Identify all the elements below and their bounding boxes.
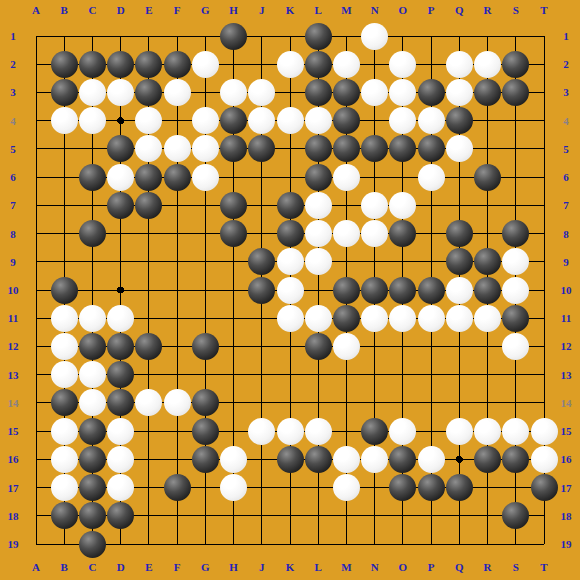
stone-white[interactable] xyxy=(277,51,304,78)
stone-white[interactable] xyxy=(192,135,219,162)
stone-black[interactable] xyxy=(446,220,473,247)
col-label-top-P: P xyxy=(428,4,435,16)
row-label-right-18: 18 xyxy=(561,510,572,522)
col-label-bottom-R: R xyxy=(484,561,492,573)
col-label-bottom-P: P xyxy=(428,561,435,573)
col-label-bottom-M: M xyxy=(341,561,351,573)
stone-white[interactable] xyxy=(361,305,388,332)
stone-black[interactable] xyxy=(502,51,529,78)
stone-black[interactable] xyxy=(305,333,332,360)
row-label-right-4: 4 xyxy=(563,115,569,127)
stone-white[interactable] xyxy=(305,220,332,247)
stone-white[interactable] xyxy=(277,248,304,275)
stone-white[interactable] xyxy=(305,305,332,332)
stone-black[interactable] xyxy=(446,248,473,275)
stone-white[interactable] xyxy=(107,79,134,106)
stone-white[interactable] xyxy=(389,51,416,78)
row-label-right-16: 16 xyxy=(561,453,572,465)
stone-white[interactable] xyxy=(389,192,416,219)
stone-black[interactable] xyxy=(502,305,529,332)
stone-black[interactable] xyxy=(51,51,78,78)
stone-white[interactable] xyxy=(220,79,247,106)
stone-white[interactable] xyxy=(474,418,501,445)
row-label-right-13: 13 xyxy=(561,369,572,381)
stone-black[interactable] xyxy=(418,79,445,106)
stone-black[interactable] xyxy=(107,192,134,219)
stone-white[interactable] xyxy=(361,192,388,219)
stone-black[interactable] xyxy=(51,389,78,416)
row-label-left-10: 10 xyxy=(8,284,19,296)
stone-black[interactable] xyxy=(79,333,106,360)
row-label-right-9: 9 xyxy=(563,256,569,268)
stone-white[interactable] xyxy=(220,474,247,501)
row-label-left-18: 18 xyxy=(8,510,19,522)
stone-white[interactable] xyxy=(502,333,529,360)
stone-black[interactable] xyxy=(51,277,78,304)
col-label-top-C: C xyxy=(88,4,96,16)
stone-black[interactable] xyxy=(361,418,388,445)
row-label-left-6: 6 xyxy=(10,171,16,183)
stone-black[interactable] xyxy=(220,192,247,219)
stone-black[interactable] xyxy=(51,502,78,529)
stone-white[interactable] xyxy=(305,418,332,445)
stone-black[interactable] xyxy=(333,277,360,304)
stone-white[interactable] xyxy=(446,135,473,162)
stone-black[interactable] xyxy=(333,305,360,332)
stone-white[interactable] xyxy=(51,333,78,360)
stone-black[interactable] xyxy=(164,164,191,191)
stone-white[interactable] xyxy=(446,305,473,332)
stone-white[interactable] xyxy=(305,192,332,219)
stone-white[interactable] xyxy=(164,389,191,416)
stone-white[interactable] xyxy=(333,474,360,501)
stone-black[interactable] xyxy=(164,51,191,78)
col-label-bottom-S: S xyxy=(513,561,519,573)
stone-white[interactable] xyxy=(474,305,501,332)
row-label-left-17: 17 xyxy=(8,482,19,494)
stone-white[interactable] xyxy=(446,79,473,106)
row-label-left-15: 15 xyxy=(8,425,19,437)
stone-black[interactable] xyxy=(277,446,304,473)
stone-white[interactable] xyxy=(418,164,445,191)
stone-white[interactable] xyxy=(79,107,106,134)
stone-white[interactable] xyxy=(164,79,191,106)
col-label-bottom-E: E xyxy=(145,561,152,573)
row-label-right-8: 8 xyxy=(563,228,569,240)
row-label-right-10: 10 xyxy=(561,284,572,296)
row-label-left-9: 9 xyxy=(10,256,16,268)
stone-white[interactable] xyxy=(333,51,360,78)
stone-black[interactable] xyxy=(305,23,332,50)
col-label-top-H: H xyxy=(229,4,238,16)
row-label-left-4: 4 xyxy=(10,115,16,127)
stone-black[interactable] xyxy=(333,107,360,134)
row-label-right-7: 7 xyxy=(563,199,569,211)
stone-black[interactable] xyxy=(305,135,332,162)
stone-white[interactable] xyxy=(531,446,558,473)
stone-black[interactable] xyxy=(79,51,106,78)
stone-black[interactable] xyxy=(277,192,304,219)
stone-white[interactable] xyxy=(277,277,304,304)
row-label-left-1: 1 xyxy=(10,30,16,42)
stone-white[interactable] xyxy=(51,305,78,332)
row-label-left-16: 16 xyxy=(8,453,19,465)
stone-black[interactable] xyxy=(474,79,501,106)
row-label-right-15: 15 xyxy=(561,425,572,437)
stone-white[interactable] xyxy=(389,418,416,445)
stone-white[interactable] xyxy=(502,418,529,445)
stone-white[interactable] xyxy=(446,277,473,304)
col-label-bottom-C: C xyxy=(88,561,96,573)
col-label-bottom-O: O xyxy=(399,561,408,573)
col-label-top-L: L xyxy=(315,4,322,16)
stone-white[interactable] xyxy=(277,305,304,332)
col-label-bottom-A: A xyxy=(32,561,40,573)
stone-white[interactable] xyxy=(107,418,134,445)
stone-black[interactable] xyxy=(220,23,247,50)
stone-black[interactable] xyxy=(135,51,162,78)
stone-white[interactable] xyxy=(51,474,78,501)
stone-white[interactable] xyxy=(418,107,445,134)
col-label-bottom-H: H xyxy=(229,561,238,573)
col-label-top-A: A xyxy=(32,4,40,16)
stone-white[interactable] xyxy=(220,446,247,473)
stone-black[interactable] xyxy=(135,192,162,219)
stone-black[interactable] xyxy=(474,446,501,473)
stone-white[interactable] xyxy=(531,418,558,445)
stone-white[interactable] xyxy=(277,418,304,445)
stone-black[interactable] xyxy=(474,164,501,191)
col-label-top-M: M xyxy=(341,4,351,16)
stone-white[interactable] xyxy=(51,107,78,134)
col-label-top-B: B xyxy=(61,4,68,16)
stone-white[interactable] xyxy=(164,135,191,162)
stone-black[interactable] xyxy=(389,446,416,473)
row-label-left-19: 19 xyxy=(8,538,19,550)
row-label-right-3: 3 xyxy=(563,86,569,98)
stone-black[interactable] xyxy=(305,164,332,191)
row-label-right-5: 5 xyxy=(563,143,569,155)
col-label-top-J: J xyxy=(259,4,265,16)
row-label-left-13: 13 xyxy=(8,369,19,381)
col-label-top-F: F xyxy=(174,4,181,16)
stone-white[interactable] xyxy=(305,107,332,134)
stone-white[interactable] xyxy=(248,418,275,445)
stone-white[interactable] xyxy=(361,23,388,50)
col-label-bottom-F: F xyxy=(174,561,181,573)
col-label-bottom-L: L xyxy=(315,561,322,573)
stone-white[interactable] xyxy=(418,446,445,473)
stone-white[interactable] xyxy=(502,277,529,304)
row-label-right-14: 14 xyxy=(561,397,572,409)
stone-black[interactable] xyxy=(107,51,134,78)
stone-white[interactable] xyxy=(107,305,134,332)
col-label-bottom-J: J xyxy=(259,561,265,573)
stone-black[interactable] xyxy=(51,79,78,106)
stone-black[interactable] xyxy=(79,164,106,191)
stone-white[interactable] xyxy=(192,107,219,134)
stone-black[interactable] xyxy=(361,277,388,304)
stone-black[interactable] xyxy=(502,79,529,106)
stone-white[interactable] xyxy=(192,164,219,191)
stone-white[interactable] xyxy=(79,361,106,388)
stone-black[interactable] xyxy=(418,135,445,162)
stone-white[interactable] xyxy=(79,79,106,106)
row-label-left-11: 11 xyxy=(8,312,18,324)
col-label-bottom-K: K xyxy=(286,561,295,573)
stone-black[interactable] xyxy=(305,446,332,473)
row-label-right-2: 2 xyxy=(563,58,569,70)
stone-white[interactable] xyxy=(79,305,106,332)
stone-black[interactable] xyxy=(531,474,558,501)
stone-black[interactable] xyxy=(305,79,332,106)
row-label-right-11: 11 xyxy=(561,312,571,324)
stone-white[interactable] xyxy=(107,446,134,473)
stone-black[interactable] xyxy=(446,474,473,501)
row-label-left-5: 5 xyxy=(10,143,16,155)
stone-white[interactable] xyxy=(333,333,360,360)
stone-black[interactable] xyxy=(418,474,445,501)
row-label-right-6: 6 xyxy=(563,171,569,183)
stone-white[interactable] xyxy=(192,51,219,78)
row-label-left-2: 2 xyxy=(10,58,16,70)
stone-white[interactable] xyxy=(51,446,78,473)
col-label-top-R: R xyxy=(484,4,492,16)
stone-white[interactable] xyxy=(107,164,134,191)
col-label-bottom-Q: Q xyxy=(455,561,464,573)
stone-black[interactable] xyxy=(79,220,106,247)
stone-black[interactable] xyxy=(333,79,360,106)
stone-white[interactable] xyxy=(446,418,473,445)
col-label-bottom-B: B xyxy=(61,561,68,573)
stone-white[interactable] xyxy=(248,79,275,106)
stone-black[interactable] xyxy=(79,446,106,473)
col-label-top-Q: Q xyxy=(455,4,464,16)
stone-black[interactable] xyxy=(220,107,247,134)
stone-white[interactable] xyxy=(446,51,473,78)
col-label-top-K: K xyxy=(286,4,295,16)
col-label-bottom-T: T xyxy=(540,561,547,573)
stone-white[interactable] xyxy=(51,418,78,445)
stone-black[interactable] xyxy=(389,277,416,304)
col-label-top-S: S xyxy=(513,4,519,16)
row-label-right-12: 12 xyxy=(561,340,572,352)
col-label-top-D: D xyxy=(117,4,125,16)
stone-black[interactable] xyxy=(220,220,247,247)
col-label-top-O: O xyxy=(399,4,408,16)
stone-white[interactable] xyxy=(107,474,134,501)
col-label-top-T: T xyxy=(540,4,547,16)
star-point xyxy=(117,287,124,294)
stone-white[interactable] xyxy=(418,305,445,332)
stone-white[interactable] xyxy=(361,220,388,247)
stone-white[interactable] xyxy=(333,164,360,191)
stone-black[interactable] xyxy=(502,446,529,473)
stone-black[interactable] xyxy=(107,333,134,360)
go-board: AABBCCDDEEFFGGHHJJKKLLMMNNOOPPQQRRSSTT11… xyxy=(0,0,580,580)
row-label-left-14: 14 xyxy=(8,397,19,409)
stone-white[interactable] xyxy=(51,361,78,388)
row-label-left-7: 7 xyxy=(10,199,16,211)
row-label-left-3: 3 xyxy=(10,86,16,98)
stone-white[interactable] xyxy=(474,51,501,78)
row-label-left-8: 8 xyxy=(10,228,16,240)
row-label-left-12: 12 xyxy=(8,340,19,352)
row-label-right-17: 17 xyxy=(561,482,572,494)
stone-white[interactable] xyxy=(389,305,416,332)
stone-white[interactable] xyxy=(333,220,360,247)
stone-white[interactable] xyxy=(333,446,360,473)
stone-black[interactable] xyxy=(79,502,106,529)
stone-black[interactable] xyxy=(192,446,219,473)
stone-white[interactable] xyxy=(277,107,304,134)
stone-black[interactable] xyxy=(277,220,304,247)
stone-black[interactable] xyxy=(79,474,106,501)
star-point xyxy=(456,456,463,463)
stone-black[interactable] xyxy=(192,418,219,445)
row-label-right-1: 1 xyxy=(563,30,569,42)
stone-white[interactable] xyxy=(361,79,388,106)
stone-black[interactable] xyxy=(418,277,445,304)
col-label-top-E: E xyxy=(145,4,152,16)
stone-black[interactable] xyxy=(248,277,275,304)
stone-black[interactable] xyxy=(79,418,106,445)
stone-white[interactable] xyxy=(361,446,388,473)
star-point xyxy=(117,117,124,124)
stone-black[interactable] xyxy=(164,474,191,501)
stone-black[interactable] xyxy=(192,389,219,416)
col-label-top-N: N xyxy=(371,4,379,16)
row-label-right-19: 19 xyxy=(561,538,572,550)
stone-white[interactable] xyxy=(305,248,332,275)
stone-black[interactable] xyxy=(446,107,473,134)
stone-black[interactable] xyxy=(474,277,501,304)
stone-black[interactable] xyxy=(305,51,332,78)
stone-black[interactable] xyxy=(79,531,106,558)
col-label-bottom-G: G xyxy=(201,561,210,573)
stone-black[interactable] xyxy=(135,164,162,191)
stone-black[interactable] xyxy=(192,333,219,360)
col-label-top-G: G xyxy=(201,4,210,16)
col-label-bottom-N: N xyxy=(371,561,379,573)
col-label-bottom-D: D xyxy=(117,561,125,573)
